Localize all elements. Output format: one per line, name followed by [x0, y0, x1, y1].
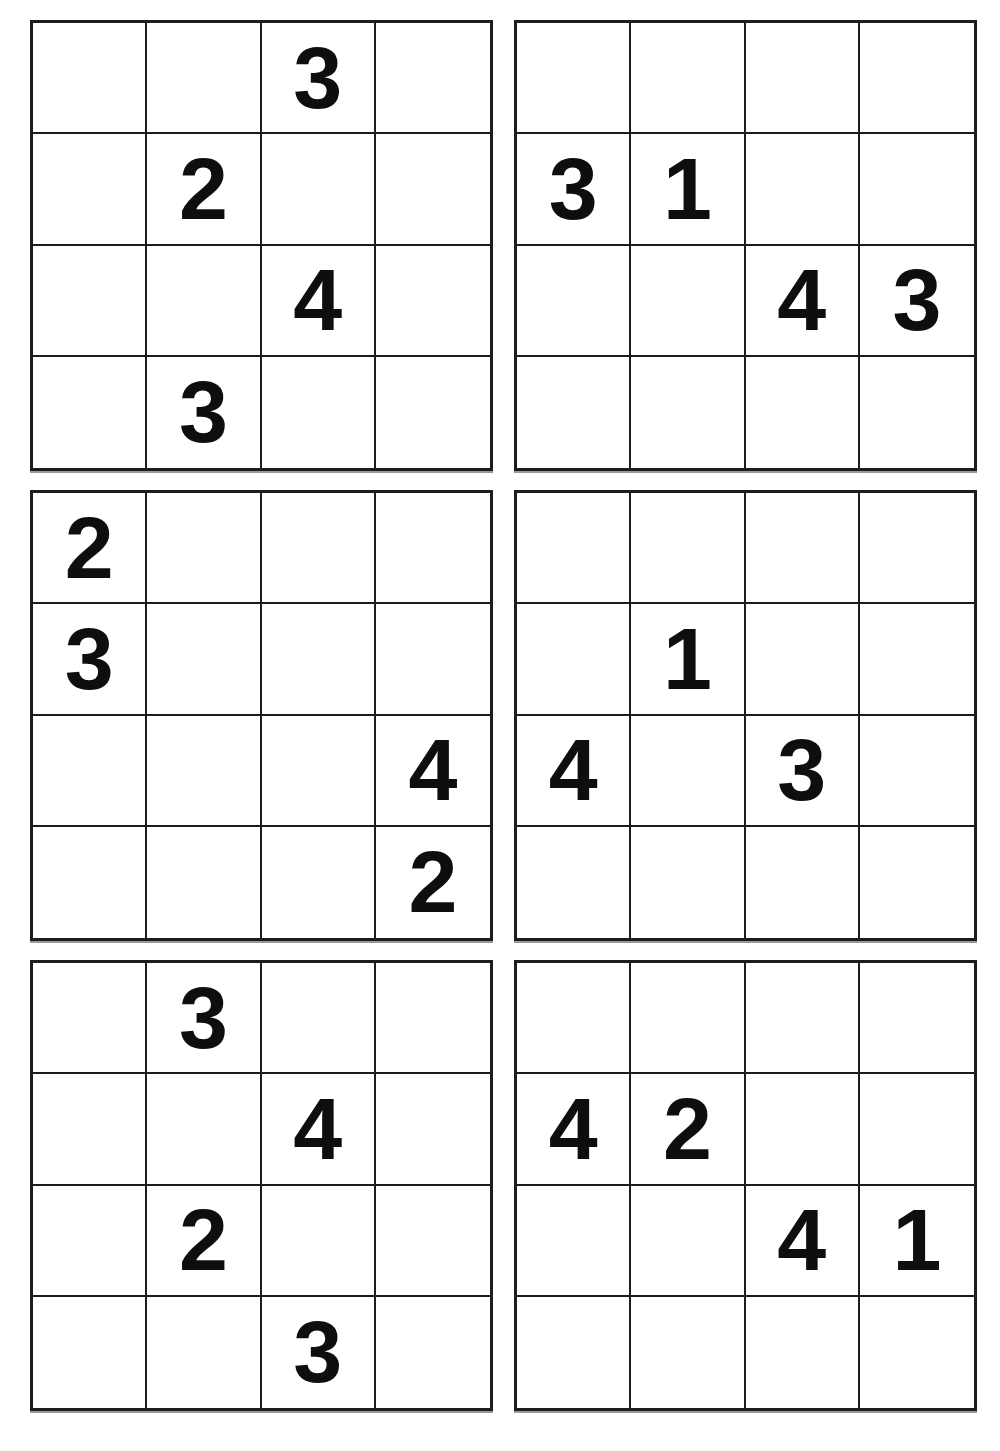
board4-cell-r3c4[interactable] [860, 716, 974, 827]
board3-cell-r2c1: 3 [33, 604, 147, 715]
board4-cell-r1c4[interactable] [860, 493, 974, 604]
board3-cell-r3c4: 4 [376, 716, 490, 827]
board1-cell-r2c2: 2 [147, 134, 261, 245]
sudoku-board-2: 3143 [514, 20, 977, 471]
board1-cell-r1c4[interactable] [376, 23, 490, 134]
board5-cell-r3c3[interactable] [262, 1186, 376, 1297]
board1-cell-r3c1[interactable] [33, 246, 147, 357]
board6-cell-r1c2[interactable] [631, 963, 745, 1074]
board3-cell-r1c1: 2 [33, 493, 147, 604]
board6-cell-r4c1[interactable] [517, 1297, 631, 1408]
board4-cell-r1c1[interactable] [517, 493, 631, 604]
board2-cell-r2c4[interactable] [860, 134, 974, 245]
board2-cell-r2c1: 3 [517, 134, 631, 245]
board6-cell-r2c1: 4 [517, 1074, 631, 1185]
board4-cell-r3c1: 4 [517, 716, 631, 827]
board6-cell-r4c4[interactable] [860, 1297, 974, 1408]
sudoku-board-1: 3243 [30, 20, 493, 471]
board6-cell-r3c4: 1 [860, 1186, 974, 1297]
board6-cell-r4c3[interactable] [746, 1297, 860, 1408]
board2-cell-r1c4[interactable] [860, 23, 974, 134]
board3-cell-r4c1[interactable] [33, 827, 147, 938]
board6-cell-r3c2[interactable] [631, 1186, 745, 1297]
board1-cell-r4c2: 3 [147, 357, 261, 468]
board1-cell-r4c3[interactable] [262, 357, 376, 468]
board1-cell-r4c4[interactable] [376, 357, 490, 468]
board2-cell-r1c2[interactable] [631, 23, 745, 134]
board6-cell-r1c3[interactable] [746, 963, 860, 1074]
board2-cell-r3c1[interactable] [517, 246, 631, 357]
board4-cell-r2c1[interactable] [517, 604, 631, 715]
board1-cell-r3c3: 4 [262, 246, 376, 357]
board1-cell-r3c2[interactable] [147, 246, 261, 357]
sudoku-board-5: 3423 [30, 960, 493, 1411]
board5-cell-r2c2[interactable] [147, 1074, 261, 1185]
sudoku-board-6: 4241 [514, 960, 977, 1411]
board4-cell-r2c4[interactable] [860, 604, 974, 715]
board5-cell-r4c3: 3 [262, 1297, 376, 1408]
board4-cell-r1c3[interactable] [746, 493, 860, 604]
board6-cell-r1c1[interactable] [517, 963, 631, 1074]
board2-cell-r2c2: 1 [631, 134, 745, 245]
board3-cell-r4c2[interactable] [147, 827, 261, 938]
board1-cell-r3c4[interactable] [376, 246, 490, 357]
sudoku-board-3: 2342 [30, 490, 493, 941]
board2-cell-r1c3[interactable] [746, 23, 860, 134]
board6-cell-r2c4[interactable] [860, 1074, 974, 1185]
sudoku-worksheet: 3243 3143 2342 143 3423 4241 [0, 0, 1000, 1451]
board4-cell-r4c4[interactable] [860, 827, 974, 938]
board5-cell-r4c2[interactable] [147, 1297, 261, 1408]
board6-cell-r1c4[interactable] [860, 963, 974, 1074]
board3-cell-r2c4[interactable] [376, 604, 490, 715]
board4-cell-r4c2[interactable] [631, 827, 745, 938]
board2-cell-r3c4: 3 [860, 246, 974, 357]
board5-cell-r2c4[interactable] [376, 1074, 490, 1185]
board4-cell-r2c2: 1 [631, 604, 745, 715]
board5-cell-r3c2: 2 [147, 1186, 261, 1297]
board3-cell-r3c2[interactable] [147, 716, 261, 827]
board5-cell-r1c3[interactable] [262, 963, 376, 1074]
board3-cell-r4c3[interactable] [262, 827, 376, 938]
board1-cell-r2c3[interactable] [262, 134, 376, 245]
board3-cell-r4c4: 2 [376, 827, 490, 938]
board3-cell-r1c4[interactable] [376, 493, 490, 604]
board3-cell-r2c2[interactable] [147, 604, 261, 715]
board6-cell-r2c2: 2 [631, 1074, 745, 1185]
board4-cell-r4c3[interactable] [746, 827, 860, 938]
board2-cell-r3c3: 4 [746, 246, 860, 357]
board6-cell-r3c3: 4 [746, 1186, 860, 1297]
board1-cell-r2c1[interactable] [33, 134, 147, 245]
board2-cell-r4c1[interactable] [517, 357, 631, 468]
board3-cell-r3c3[interactable] [262, 716, 376, 827]
board2-cell-r3c2[interactable] [631, 246, 745, 357]
board3-cell-r1c2[interactable] [147, 493, 261, 604]
board5-cell-r2c3: 4 [262, 1074, 376, 1185]
board5-cell-r4c4[interactable] [376, 1297, 490, 1408]
board2-cell-r2c3[interactable] [746, 134, 860, 245]
board5-cell-r1c2: 3 [147, 963, 261, 1074]
board3-cell-r2c3[interactable] [262, 604, 376, 715]
board5-cell-r4c1[interactable] [33, 1297, 147, 1408]
board3-cell-r1c3[interactable] [262, 493, 376, 604]
sudoku-board-4: 143 [514, 490, 977, 941]
board6-cell-r2c3[interactable] [746, 1074, 860, 1185]
board1-cell-r1c3: 3 [262, 23, 376, 134]
board5-cell-r3c1[interactable] [33, 1186, 147, 1297]
board6-cell-r3c1[interactable] [517, 1186, 631, 1297]
board4-cell-r4c1[interactable] [517, 827, 631, 938]
board5-cell-r1c4[interactable] [376, 963, 490, 1074]
board1-cell-r4c1[interactable] [33, 357, 147, 468]
board4-cell-r2c3[interactable] [746, 604, 860, 715]
board2-cell-r4c2[interactable] [631, 357, 745, 468]
board4-cell-r3c3: 3 [746, 716, 860, 827]
board1-cell-r2c4[interactable] [376, 134, 490, 245]
board1-cell-r1c1[interactable] [33, 23, 147, 134]
board4-cell-r1c2[interactable] [631, 493, 745, 604]
board6-cell-r4c2[interactable] [631, 1297, 745, 1408]
board5-cell-r1c1[interactable] [33, 963, 147, 1074]
board4-cell-r3c2[interactable] [631, 716, 745, 827]
board1-cell-r1c2[interactable] [147, 23, 261, 134]
board2-cell-r4c4[interactable] [860, 357, 974, 468]
board3-cell-r3c1[interactable] [33, 716, 147, 827]
board2-cell-r1c1[interactable] [517, 23, 631, 134]
board5-cell-r3c4[interactable] [376, 1186, 490, 1297]
board5-cell-r2c1[interactable] [33, 1074, 147, 1185]
board2-cell-r4c3[interactable] [746, 357, 860, 468]
